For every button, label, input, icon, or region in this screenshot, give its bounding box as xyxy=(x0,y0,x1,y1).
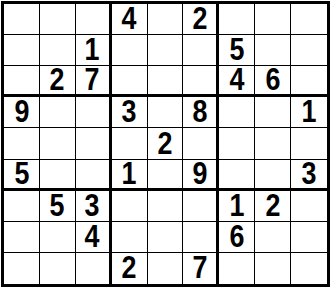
cell-r5c1[interactable] xyxy=(4,128,40,159)
cell-r9c5[interactable] xyxy=(148,253,184,284)
cell-r5c7[interactable] xyxy=(219,128,255,159)
cell-r7c1[interactable] xyxy=(4,191,40,222)
cell-r7c4[interactable] xyxy=(112,191,148,222)
cell-r6c8[interactable] xyxy=(255,160,291,191)
cell-r4c3[interactable] xyxy=(76,97,112,128)
cell-r4c5[interactable] xyxy=(148,97,184,128)
cell-r8c5[interactable] xyxy=(148,222,184,253)
cell-r5c8[interactable] xyxy=(255,128,291,159)
cell-r9c7[interactable] xyxy=(219,253,255,284)
cell-r1c3[interactable] xyxy=(76,4,112,35)
given-digit: 4 xyxy=(85,222,100,253)
given-digit: 5 xyxy=(229,35,244,66)
cell-r4c7[interactable] xyxy=(219,97,255,128)
cell-r3c8: 6 xyxy=(255,66,291,97)
cell-r8c8[interactable] xyxy=(255,222,291,253)
cell-r7c2: 5 xyxy=(40,191,76,222)
cell-r6c7[interactable] xyxy=(219,160,255,191)
cell-r6c6: 9 xyxy=(183,160,219,191)
cell-r5c6[interactable] xyxy=(183,128,219,159)
cell-r7c5[interactable] xyxy=(148,191,184,222)
cell-r8c4[interactable] xyxy=(112,222,148,253)
cell-r3c3: 7 xyxy=(76,66,112,97)
cell-r6c2[interactable] xyxy=(40,160,76,191)
given-digit: 1 xyxy=(122,160,137,191)
cell-r4c9: 1 xyxy=(291,97,327,128)
cell-r4c4: 3 xyxy=(112,97,148,128)
cell-r4c2[interactable] xyxy=(40,97,76,128)
cell-r2c1[interactable] xyxy=(4,35,40,66)
cell-r3c4[interactable] xyxy=(112,66,148,97)
cell-r2c2[interactable] xyxy=(40,35,76,66)
given-digit: 6 xyxy=(229,222,244,253)
cell-r9c1[interactable] xyxy=(4,253,40,284)
cell-r7c8: 2 xyxy=(255,191,291,222)
cell-r5c9[interactable] xyxy=(291,128,327,159)
given-digit: 1 xyxy=(85,35,100,66)
given-digit: 2 xyxy=(192,4,207,35)
cell-r1c7[interactable] xyxy=(219,4,255,35)
cell-r5c2[interactable] xyxy=(40,128,76,159)
cell-r2c7: 5 xyxy=(219,35,255,66)
cell-r6c9: 3 xyxy=(291,160,327,191)
cell-r2c8[interactable] xyxy=(255,35,291,66)
given-digit: 5 xyxy=(50,191,65,222)
given-digit: 2 xyxy=(122,253,137,284)
cell-r3c1[interactable] xyxy=(4,66,40,97)
cell-r8c9[interactable] xyxy=(291,222,327,253)
cell-r8c3: 4 xyxy=(76,222,112,253)
cell-r3c2: 2 xyxy=(40,66,76,97)
cell-r3c7: 4 xyxy=(219,66,255,97)
cell-r4c8[interactable] xyxy=(255,97,291,128)
cell-r8c1[interactable] xyxy=(4,222,40,253)
cell-r1c2[interactable] xyxy=(40,4,76,35)
given-digit: 7 xyxy=(85,66,100,97)
cell-r9c6: 7 xyxy=(183,253,219,284)
given-digit: 4 xyxy=(122,4,137,35)
cell-r9c2[interactable] xyxy=(40,253,76,284)
given-digit: 3 xyxy=(122,97,137,128)
cell-r3c6[interactable] xyxy=(183,66,219,97)
cell-r6c5[interactable] xyxy=(148,160,184,191)
given-digit: 8 xyxy=(192,97,207,128)
cell-r2c3: 1 xyxy=(76,35,112,66)
given-digit: 6 xyxy=(265,66,280,97)
cell-r6c3[interactable] xyxy=(76,160,112,191)
cell-r8c2[interactable] xyxy=(40,222,76,253)
cell-r6c4: 1 xyxy=(112,160,148,191)
given-digit: 7 xyxy=(192,253,207,284)
cell-r5c4[interactable] xyxy=(112,128,148,159)
cell-r2c6[interactable] xyxy=(183,35,219,66)
cell-r9c8[interactable] xyxy=(255,253,291,284)
given-digit: 1 xyxy=(302,97,317,128)
sudoku-page: 4215274693812519353124627 xyxy=(0,0,332,290)
cell-r4c1: 9 xyxy=(4,97,40,128)
given-digit: 1 xyxy=(229,191,244,222)
cell-r3c9[interactable] xyxy=(291,66,327,97)
cell-r9c9[interactable] xyxy=(291,253,327,284)
given-digit: 3 xyxy=(85,191,100,222)
cell-r9c3[interactable] xyxy=(76,253,112,284)
cell-r2c9[interactable] xyxy=(291,35,327,66)
cell-r7c3: 3 xyxy=(76,191,112,222)
cell-r1c6: 2 xyxy=(183,4,219,35)
cell-r3c5[interactable] xyxy=(148,66,184,97)
given-digit: 4 xyxy=(229,66,244,97)
cell-r7c9[interactable] xyxy=(291,191,327,222)
cell-r1c4: 4 xyxy=(112,4,148,35)
cell-r7c6[interactable] xyxy=(183,191,219,222)
sudoku-board: 4215274693812519353124627 xyxy=(1,1,330,287)
cell-r6c1: 5 xyxy=(4,160,40,191)
cell-r5c3[interactable] xyxy=(76,128,112,159)
cell-r7c7: 1 xyxy=(219,191,255,222)
given-digit: 2 xyxy=(50,66,65,97)
cell-r8c7: 6 xyxy=(219,222,255,253)
cell-r1c9[interactable] xyxy=(291,4,327,35)
cell-r4c6: 8 xyxy=(183,97,219,128)
cell-r5c5: 2 xyxy=(148,128,184,159)
cell-r9c4: 2 xyxy=(112,253,148,284)
given-digit: 3 xyxy=(302,160,317,191)
given-digit: 9 xyxy=(192,160,207,191)
cell-r2c5[interactable] xyxy=(148,35,184,66)
cell-r2c4[interactable] xyxy=(112,35,148,66)
given-digit: 5 xyxy=(14,160,29,191)
cell-r1c5[interactable] xyxy=(148,4,184,35)
cell-r8c6[interactable] xyxy=(183,222,219,253)
given-digit: 2 xyxy=(158,128,173,159)
given-digit: 2 xyxy=(265,191,280,222)
cell-r1c1[interactable] xyxy=(4,4,40,35)
given-digit: 9 xyxy=(14,97,29,128)
cell-r1c8[interactable] xyxy=(255,4,291,35)
